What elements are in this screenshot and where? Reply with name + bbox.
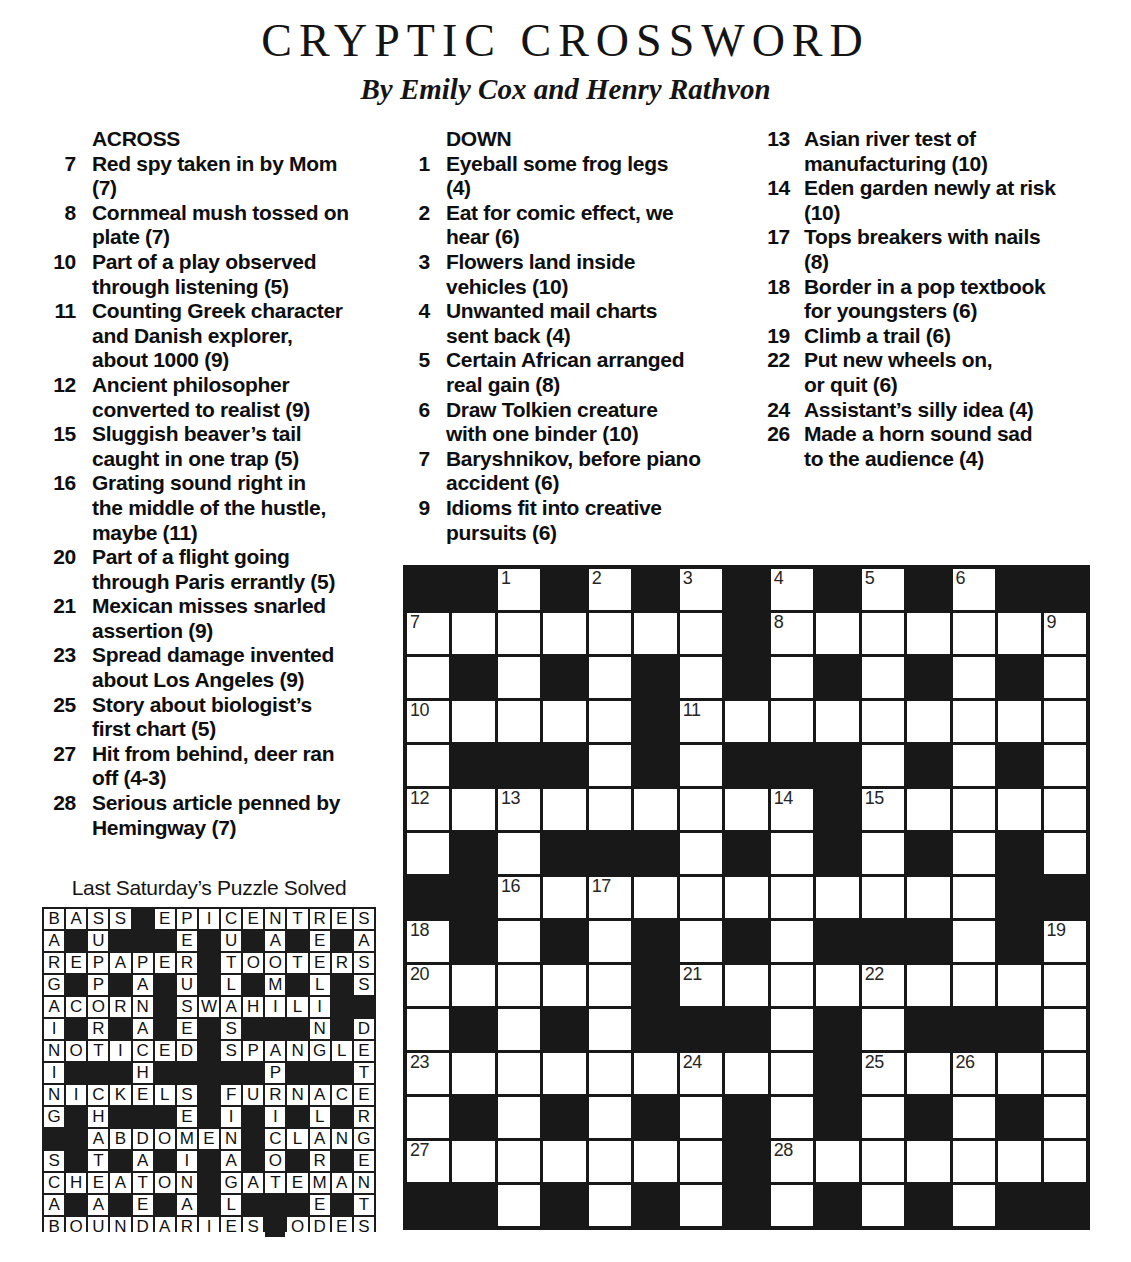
grid-cell[interactable] xyxy=(452,613,494,654)
solved-cell-letter: N xyxy=(354,1173,374,1193)
solved-cell-black xyxy=(287,931,307,951)
solved-cell-letter: D xyxy=(354,1019,374,1039)
cell-number: 14 xyxy=(774,789,793,809)
solved-cell-letter: I xyxy=(199,1217,219,1237)
solved-cell-black xyxy=(155,1019,175,1039)
grid-cell[interactable] xyxy=(953,1185,995,1226)
cell-number: 5 xyxy=(865,569,875,589)
grid-cell[interactable] xyxy=(589,745,631,786)
grid-cell[interactable]: 27 xyxy=(407,1141,449,1182)
clue-number: 19 xyxy=(750,324,790,349)
grid-cell[interactable] xyxy=(498,1097,540,1138)
grid-cell[interactable] xyxy=(589,965,631,1006)
grid-cell[interactable] xyxy=(953,657,995,698)
solved-cell-letter: I xyxy=(265,1107,285,1127)
grid-cell[interactable] xyxy=(589,701,631,742)
grid-cell[interactable]: 1 xyxy=(498,569,540,610)
cell-number: 16 xyxy=(501,877,520,897)
solved-cell-letter: T xyxy=(221,953,241,973)
grid-cell[interactable] xyxy=(862,657,904,698)
grid-cell[interactable]: 16 xyxy=(498,877,540,918)
grid-cell-black xyxy=(634,921,676,962)
grid-cell[interactable] xyxy=(862,1009,904,1050)
grid-cell[interactable] xyxy=(725,701,767,742)
grid-cell[interactable] xyxy=(725,789,767,830)
solved-cell-black xyxy=(243,1063,263,1083)
grid-cell[interactable] xyxy=(725,1053,767,1094)
clue-text: Grating sound right in the middle of the… xyxy=(92,471,326,545)
solved-cell-black xyxy=(243,1151,263,1171)
solved-cell-letter: D xyxy=(133,1129,153,1149)
clue-text: Asian river test of manufacturing (10) xyxy=(804,127,988,176)
clue-number: 18 xyxy=(750,275,790,324)
grid-cell[interactable]: 14 xyxy=(771,789,813,830)
clue-text: Hit from behind, deer ran off (4-3) xyxy=(92,742,334,791)
grid-cell[interactable] xyxy=(634,1053,676,1094)
cell-number: 24 xyxy=(683,1053,702,1073)
grid-cell[interactable] xyxy=(1044,1053,1086,1094)
solved-cell-black xyxy=(110,1019,130,1039)
grid-cell[interactable] xyxy=(816,877,858,918)
solved-cell-letter: O xyxy=(265,953,285,973)
solved-cell-black xyxy=(199,1173,219,1193)
grid-cell[interactable] xyxy=(680,1097,722,1138)
solved-cell-black xyxy=(66,1063,86,1083)
clue-text: Made a horn sound sad to the audience (4… xyxy=(804,422,1032,471)
solved-cell-letter: A xyxy=(265,931,285,951)
grid-cell-black xyxy=(452,833,494,874)
solved-cell-letter: R xyxy=(310,1151,330,1171)
solved-cell-letter: O xyxy=(155,1173,175,1193)
down-clue-column-1: DOWN 1Eyeball some frog legs (4)2Eat for… xyxy=(396,127,701,545)
grid-cell[interactable] xyxy=(771,1185,813,1226)
grid-cell-black xyxy=(907,745,949,786)
grid-cell[interactable]: 10 xyxy=(407,701,449,742)
grid-cell[interactable] xyxy=(1044,965,1086,1006)
solved-cell-letter: E xyxy=(287,1173,307,1193)
solved-cell-black xyxy=(332,1019,352,1039)
grid-cell[interactable] xyxy=(816,701,858,742)
solved-cell-letter: N xyxy=(44,1041,64,1061)
solved-cell-letter: S xyxy=(88,909,108,929)
solved-cell-letter: S xyxy=(177,997,197,1017)
grid-cell[interactable] xyxy=(771,921,813,962)
grid-cell[interactable] xyxy=(543,789,585,830)
grid-cell[interactable]: 13 xyxy=(498,789,540,830)
grid-cell[interactable] xyxy=(771,1009,813,1050)
grid-cell[interactable] xyxy=(407,745,449,786)
grid-cell-black xyxy=(452,921,494,962)
grid-cell[interactable]: 21 xyxy=(680,965,722,1006)
solved-cell-letter: E xyxy=(155,953,175,973)
grid-cell[interactable] xyxy=(953,745,995,786)
grid-cell[interactable] xyxy=(407,833,449,874)
grid-cell[interactable] xyxy=(452,1053,494,1094)
solved-cell-black xyxy=(265,1019,285,1039)
grid-cell[interactable] xyxy=(589,1097,631,1138)
solved-cell-letter: U xyxy=(88,1217,108,1237)
grid-cell-black xyxy=(634,569,676,610)
grid-cell[interactable] xyxy=(498,1185,540,1226)
grid-cell[interactable] xyxy=(680,1141,722,1182)
grid-cell[interactable] xyxy=(589,1053,631,1094)
clue: 7Baryshnikov, before piano accident (6) xyxy=(396,447,701,496)
across-clue-column: ACROSS 7Red spy taken in by Mom (7)8Corn… xyxy=(40,127,349,840)
grid-cell[interactable] xyxy=(907,789,949,830)
grid-cell[interactable]: 20 xyxy=(407,965,449,1006)
solved-cell-letter: T xyxy=(133,1173,153,1193)
grid-cell[interactable] xyxy=(407,1097,449,1138)
clue-number: 7 xyxy=(396,447,430,496)
grid-cell[interactable] xyxy=(589,789,631,830)
solved-cell-letter: E xyxy=(133,1195,153,1215)
grid-cell[interactable]: 22 xyxy=(862,965,904,1006)
grid-cell[interactable] xyxy=(498,1053,540,1094)
grid-cell[interactable]: 2 xyxy=(589,569,631,610)
grid-cell[interactable] xyxy=(543,877,585,918)
solved-cell-letter: O xyxy=(66,1217,86,1237)
solved-cell-letter: H xyxy=(66,1173,86,1193)
solved-cell-letter: F xyxy=(221,1085,241,1105)
solved-cell-letter: T xyxy=(88,1041,108,1061)
cell-number: 19 xyxy=(1047,921,1066,941)
grid-cell[interactable] xyxy=(998,789,1040,830)
grid-cell[interactable] xyxy=(907,965,949,1006)
grid-cell[interactable] xyxy=(907,1141,949,1182)
grid-cell[interactable] xyxy=(543,1141,585,1182)
grid-cell-black xyxy=(452,1097,494,1138)
grid-cell[interactable] xyxy=(907,877,949,918)
clue-number: 26 xyxy=(750,422,790,471)
grid-cell-black xyxy=(634,833,676,874)
grid-cell[interactable]: 19 xyxy=(1044,921,1086,962)
grid-cell[interactable] xyxy=(680,613,722,654)
grid-cell[interactable] xyxy=(1044,1141,1086,1182)
grid-cell[interactable] xyxy=(862,877,904,918)
grid-cell[interactable] xyxy=(953,877,995,918)
solved-cell-letter: E xyxy=(310,1195,330,1215)
clue-number: 23 xyxy=(40,643,76,692)
grid-cell[interactable] xyxy=(1044,657,1086,698)
grid-cell[interactable] xyxy=(543,613,585,654)
grid-cell[interactable] xyxy=(862,1097,904,1138)
grid-cell-black xyxy=(452,745,494,786)
grid-cell[interactable] xyxy=(862,745,904,786)
solved-cell-letter: K xyxy=(110,1085,130,1105)
grid-cell[interactable] xyxy=(907,701,949,742)
grid-cell[interactable] xyxy=(589,1141,631,1182)
grid-cell[interactable] xyxy=(589,921,631,962)
grid-cell[interactable]: 15 xyxy=(862,789,904,830)
solved-cell-black xyxy=(332,975,352,995)
solved-cell-black xyxy=(199,1195,219,1215)
grid-cell[interactable] xyxy=(1044,701,1086,742)
solved-cell-letter: S xyxy=(354,909,374,929)
grid-cell[interactable]: 28 xyxy=(771,1141,813,1182)
grid-cell-black xyxy=(725,1185,767,1226)
grid-cell[interactable] xyxy=(498,657,540,698)
grid-cell[interactable] xyxy=(953,1097,995,1138)
solved-cell-black xyxy=(155,997,175,1017)
solved-cell-letter: P xyxy=(133,953,153,973)
solved-cell-black xyxy=(265,1195,285,1215)
solved-cell-letter: S xyxy=(243,1217,263,1237)
grid-cell[interactable] xyxy=(953,701,995,742)
grid-cell[interactable]: 12 xyxy=(407,789,449,830)
grid-cell[interactable] xyxy=(816,965,858,1006)
grid-cell[interactable] xyxy=(589,657,631,698)
solved-cell-letter: A xyxy=(110,953,130,973)
grid-cell[interactable] xyxy=(1044,833,1086,874)
grid-cell[interactable] xyxy=(680,745,722,786)
solved-cell-black xyxy=(155,931,175,951)
cell-number: 7 xyxy=(410,613,420,633)
solved-cell-letter: G xyxy=(354,1129,374,1149)
grid-cell[interactable] xyxy=(634,789,676,830)
solved-cell-letter: I xyxy=(44,1063,64,1083)
grid-cell[interactable] xyxy=(998,1141,1040,1182)
grid-cell[interactable] xyxy=(998,965,1040,1006)
grid-cell[interactable] xyxy=(634,877,676,918)
grid-cell[interactable] xyxy=(498,921,540,962)
clue-text: Counting Greek character and Danish expl… xyxy=(92,299,343,373)
grid-cell[interactable] xyxy=(953,921,995,962)
grid-cell[interactable] xyxy=(953,965,995,1006)
grid-cell-black xyxy=(725,613,767,654)
solved-cell-letter: C xyxy=(88,1085,108,1105)
grid-cell[interactable] xyxy=(998,1053,1040,1094)
grid-cell[interactable] xyxy=(771,1097,813,1138)
solved-cell-letter: N xyxy=(177,1173,197,1193)
grid-cell[interactable] xyxy=(634,1141,676,1182)
grid-cell[interactable] xyxy=(498,965,540,1006)
solved-cell-letter: I xyxy=(44,1019,64,1039)
grid-cell[interactable] xyxy=(771,833,813,874)
solved-cell-black xyxy=(110,1063,130,1083)
solved-cell-black xyxy=(110,1195,130,1215)
clue-text: Unwanted mail charts sent back (4) xyxy=(446,299,657,348)
grid-cell[interactable] xyxy=(407,1009,449,1050)
clue: 7Red spy taken in by Mom (7) xyxy=(40,152,349,201)
grid-cell-black xyxy=(725,1009,767,1050)
grid-cell[interactable] xyxy=(725,965,767,1006)
grid-cell[interactable]: 9 xyxy=(1044,613,1086,654)
grid-cell[interactable] xyxy=(1044,1097,1086,1138)
cell-number: 23 xyxy=(410,1053,429,1073)
clue-text: Draw Tolkien creature with one binder (1… xyxy=(446,398,658,447)
solved-cell-letter: D xyxy=(310,1217,330,1237)
grid-cell[interactable] xyxy=(498,701,540,742)
solved-cell-letter: A xyxy=(310,1085,330,1105)
grid-cell[interactable] xyxy=(589,1009,631,1050)
solved-cell-letter: M xyxy=(177,1129,197,1149)
grid-cell-black xyxy=(543,833,585,874)
grid-cell[interactable] xyxy=(1044,745,1086,786)
grid-cell[interactable] xyxy=(498,833,540,874)
solved-cell-black xyxy=(243,1195,263,1215)
grid-cell[interactable] xyxy=(680,1185,722,1226)
grid-cell[interactable] xyxy=(680,877,722,918)
solved-cell-black xyxy=(66,931,86,951)
grid-cell-black xyxy=(543,1009,585,1050)
grid-cell[interactable] xyxy=(452,789,494,830)
solved-cell-letter: R xyxy=(110,997,130,1017)
grid-cell[interactable]: 25 xyxy=(862,1053,904,1094)
solved-cell-letter: E xyxy=(177,1107,197,1127)
grid-cell-black xyxy=(907,569,949,610)
solved-cell-black xyxy=(243,975,263,995)
solved-cell-letter: W xyxy=(199,997,219,1017)
grid-cell[interactable] xyxy=(589,1185,631,1226)
solved-cell-letter: S xyxy=(221,1019,241,1039)
solved-cell-letter: H xyxy=(133,1063,153,1083)
clue: 27Hit from behind, deer ran off (4-3) xyxy=(40,742,349,791)
grid-cell[interactable] xyxy=(771,965,813,1006)
clue-number: 13 xyxy=(750,127,790,176)
solved-cell-letter: U xyxy=(88,931,108,951)
clue: 26Made a horn sound sad to the audience … xyxy=(750,422,1056,471)
clue: 14Eden garden newly at risk (10) xyxy=(750,176,1056,225)
cell-number: 20 xyxy=(410,965,429,985)
solved-cell-black xyxy=(66,975,86,995)
grid-cell[interactable] xyxy=(953,833,995,874)
solved-cell-letter: E xyxy=(155,909,175,929)
grid-cell[interactable] xyxy=(1044,1009,1086,1050)
clue-number: 17 xyxy=(750,225,790,274)
grid-cell[interactable]: 11 xyxy=(680,701,722,742)
grid-cell[interactable] xyxy=(907,1053,949,1094)
grid-cell-black xyxy=(907,921,949,962)
grid-cell[interactable]: 5 xyxy=(862,569,904,610)
grid-cell[interactable] xyxy=(725,877,767,918)
grid-cell[interactable]: 18 xyxy=(407,921,449,962)
grid-cell[interactable] xyxy=(771,1053,813,1094)
grid-cell-black xyxy=(452,1009,494,1050)
grid-cell[interactable] xyxy=(862,1185,904,1226)
clue-number: 3 xyxy=(396,250,430,299)
grid-cell[interactable] xyxy=(998,613,1040,654)
grid-cell[interactable] xyxy=(452,1141,494,1182)
clue-text: Eyeball some frog legs (4) xyxy=(446,152,668,201)
grid-cell[interactable] xyxy=(543,965,585,1006)
clue-text: Mexican misses snarled assertion (9) xyxy=(92,594,326,643)
grid-cell[interactable] xyxy=(634,613,676,654)
solved-cell-letter: R xyxy=(177,1217,197,1237)
clue-number: 15 xyxy=(40,422,76,471)
grid-cell[interactable] xyxy=(953,613,995,654)
grid-cell[interactable] xyxy=(498,613,540,654)
solved-cell-letter: O xyxy=(265,1151,285,1171)
solved-cell-letter: E xyxy=(199,1129,219,1149)
grid-cell[interactable] xyxy=(907,613,949,654)
solved-cell-letter: N xyxy=(332,1129,352,1149)
clue-text: Idioms fit into creative pursuits (6) xyxy=(446,496,662,545)
grid-cell[interactable] xyxy=(1044,789,1086,830)
grid-cell[interactable] xyxy=(771,701,813,742)
grid-cell[interactable] xyxy=(862,701,904,742)
grid-cell[interactable]: 8 xyxy=(771,613,813,654)
grid-cell[interactable] xyxy=(543,1053,585,1094)
solved-cell-letter: P xyxy=(88,975,108,995)
clue-number: 2 xyxy=(396,201,430,250)
grid-cell[interactable] xyxy=(452,701,494,742)
cell-number: 8 xyxy=(774,613,784,633)
grid-cell[interactable] xyxy=(498,1141,540,1182)
solved-cell-letter: L xyxy=(332,1041,352,1061)
solved-cell-letter: A xyxy=(88,1195,108,1215)
grid-cell[interactable] xyxy=(816,1141,858,1182)
solved-cell-letter: E xyxy=(354,1041,374,1061)
grid-cell[interactable]: 24 xyxy=(680,1053,722,1094)
solved-cell-black xyxy=(155,975,175,995)
grid-cell[interactable] xyxy=(953,789,995,830)
grid-cell[interactable] xyxy=(498,1009,540,1050)
clue-number: 11 xyxy=(40,299,76,373)
solved-cell-letter: E xyxy=(221,1217,241,1237)
grid-cell[interactable]: 23 xyxy=(407,1053,449,1094)
grid-cell[interactable]: 26 xyxy=(953,1053,995,1094)
clue-number: 9 xyxy=(396,496,430,545)
solved-cell-letter: E xyxy=(354,1151,374,1171)
grid-cell-black xyxy=(907,1097,949,1138)
clue-number: 21 xyxy=(40,594,76,643)
clue-number: 24 xyxy=(750,398,790,423)
grid-cell[interactable] xyxy=(680,789,722,830)
grid-cell[interactable] xyxy=(680,833,722,874)
grid-cell[interactable] xyxy=(543,701,585,742)
grid-cell[interactable] xyxy=(680,657,722,698)
grid-cell[interactable] xyxy=(771,657,813,698)
solved-cell-black xyxy=(332,1107,352,1127)
clue-text: Red spy taken in by Mom (7) xyxy=(92,152,337,201)
solved-cell-letter: M xyxy=(310,1173,330,1193)
clue-number: 7 xyxy=(40,152,76,201)
solved-cell-black xyxy=(66,1107,86,1127)
grid-cell-black xyxy=(634,1185,676,1226)
grid-cell-black xyxy=(816,1009,858,1050)
grid-cell[interactable] xyxy=(589,613,631,654)
solved-cell-letter: M xyxy=(265,975,285,995)
solved-cell-letter: G xyxy=(44,975,64,995)
clue-text: Flowers land inside vehicles (10) xyxy=(446,250,635,299)
grid-cell[interactable] xyxy=(953,1141,995,1182)
grid-cell[interactable] xyxy=(771,877,813,918)
grid-cell[interactable]: 4 xyxy=(771,569,813,610)
solved-cell-black xyxy=(199,975,219,995)
grid-cell-black xyxy=(998,1097,1040,1138)
grid-cell[interactable] xyxy=(862,1141,904,1182)
grid-cell[interactable]: 7 xyxy=(407,613,449,654)
grid-cell[interactable] xyxy=(816,613,858,654)
grid-cell[interactable] xyxy=(407,657,449,698)
grid-cell[interactable]: 17 xyxy=(589,877,631,918)
solved-cell-letter: A xyxy=(221,997,241,1017)
down-header: DOWN xyxy=(446,127,701,152)
grid-cell[interactable] xyxy=(862,833,904,874)
grid-cell[interactable]: 3 xyxy=(680,569,722,610)
grid-cell-black xyxy=(907,1185,949,1226)
grid-cell[interactable] xyxy=(998,701,1040,742)
grid-cell[interactable]: 6 xyxy=(953,569,995,610)
grid-cell-black xyxy=(543,921,585,962)
grid-cell[interactable] xyxy=(452,965,494,1006)
grid-cell[interactable] xyxy=(680,921,722,962)
grid-cell[interactable] xyxy=(862,613,904,654)
grid-cell-black xyxy=(634,657,676,698)
clue: 21Mexican misses snarled assertion (9) xyxy=(40,594,349,643)
page-title: CRYPTIC CROSSWORD xyxy=(0,14,1131,67)
solved-cell-letter: E xyxy=(243,909,263,929)
